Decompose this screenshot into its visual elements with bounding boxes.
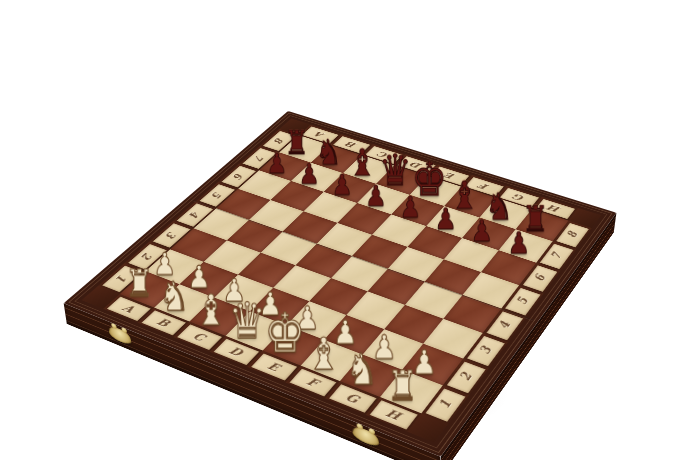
white-rook-icon: ♜ bbox=[126, 267, 154, 301]
photo-stage: ABCDEFGH8877665544332211ABCDEFGH ♜♞♝♛♚♝♞… bbox=[0, 0, 700, 460]
brass-clasp-icon[interactable] bbox=[108, 324, 132, 346]
brass-clasp-icon[interactable] bbox=[353, 424, 379, 448]
white-king-icon: ♚ bbox=[264, 309, 305, 358]
white-bishop-icon: ♝ bbox=[194, 290, 226, 328]
white-bishop-icon: ♝ bbox=[306, 333, 339, 373]
white-knight-icon: ♞ bbox=[346, 350, 378, 388]
chess-board: ABCDEFGH8877665544332211ABCDEFGH ♜♞♝♛♚♝♞… bbox=[64, 111, 617, 457]
white-knight-icon: ♞ bbox=[160, 279, 190, 315]
white-rook-icon: ♜ bbox=[388, 368, 419, 405]
white-queen-icon: ♛ bbox=[229, 299, 266, 344]
scene: ABCDEFGH8877665544332211ABCDEFGH ♜♞♝♛♚♝♞… bbox=[0, 0, 700, 460]
